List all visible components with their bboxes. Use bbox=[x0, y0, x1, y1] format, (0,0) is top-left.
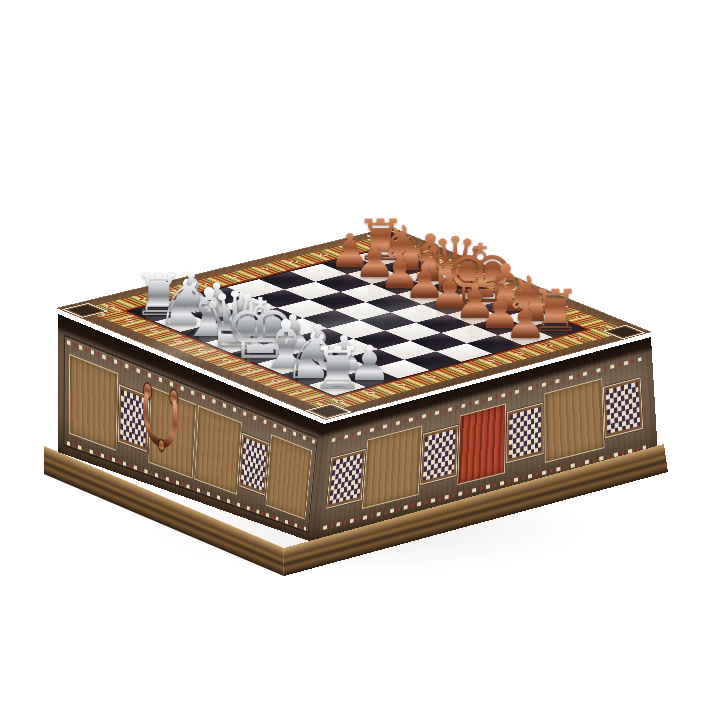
piece-white-rook-h1[interactable]: ♜ bbox=[308, 339, 368, 399]
piece-black-pawn-h7[interactable]: ♟ bbox=[502, 298, 550, 346]
chess-set-photo: ♜♜♟♟♞♞♟♟♝♝♟♟♛♛♟♟♚♚♟♟♟♟♝♝♜♜♟♟♟♟♞♞♞♞♟♟♟♟♜♜… bbox=[0, 0, 720, 720]
pieces-layer: ♜♜♟♟♞♞♟♟♝♝♟♟♛♛♟♟♚♚♟♟♟♟♝♝♜♜♟♟♟♟♞♞♞♞♟♟♟♟♜♜… bbox=[0, 0, 720, 720]
